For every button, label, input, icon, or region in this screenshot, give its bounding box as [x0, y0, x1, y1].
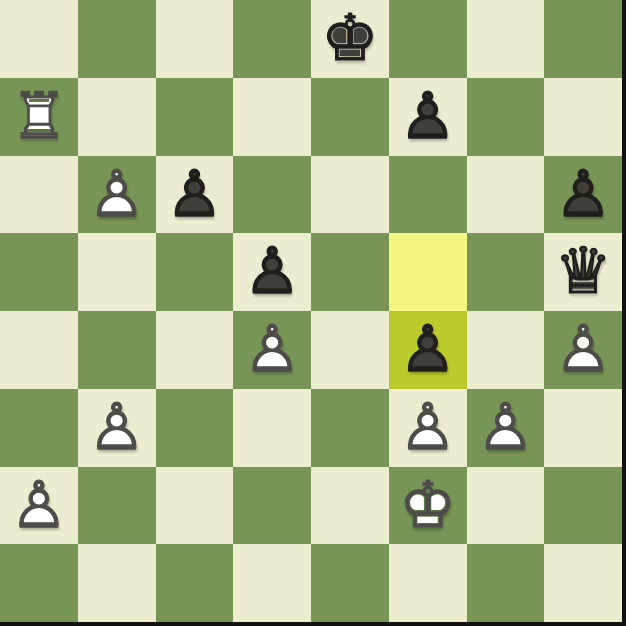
square-c5[interactable] [156, 233, 234, 311]
square-f8[interactable] [389, 0, 467, 78]
square-e6[interactable] [311, 156, 389, 234]
piece-white-rook-a7[interactable]: ♜♖ [0, 78, 78, 156]
square-c2[interactable] [156, 467, 234, 545]
square-f2[interactable]: ♚♔ [389, 467, 467, 545]
square-a1[interactable] [0, 544, 78, 622]
black-pawn-outline-icon: ♙ [389, 311, 467, 389]
square-a2[interactable]: ♟♙ [0, 467, 78, 545]
square-h7[interactable] [544, 78, 622, 156]
square-b7[interactable] [78, 78, 156, 156]
square-d1[interactable] [233, 544, 311, 622]
square-g4[interactable] [467, 311, 545, 389]
square-h2[interactable] [544, 467, 622, 545]
square-g5[interactable] [467, 233, 545, 311]
black-queen-outline-icon: ♕ [544, 233, 622, 311]
square-c4[interactable] [156, 311, 234, 389]
square-e3[interactable] [311, 389, 389, 467]
square-a6[interactable] [0, 156, 78, 234]
piece-white-pawn-a2[interactable]: ♟♙ [0, 467, 78, 545]
chess-board: ♚♔♜♖♟♙♟♙♟♙♟♙♟♙♛♕♟♙♟♙♟♙♟♙♟♙♟♙♟♙♚♔ [0, 0, 622, 622]
square-e7[interactable] [311, 78, 389, 156]
square-d2[interactable] [233, 467, 311, 545]
white-king-outline-icon: ♔ [389, 467, 467, 545]
square-h1[interactable] [544, 544, 622, 622]
square-b4[interactable] [78, 311, 156, 389]
piece-black-pawn-c6[interactable]: ♟♙ [156, 156, 234, 234]
piece-black-pawn-f7[interactable]: ♟♙ [389, 78, 467, 156]
white-pawn-outline-icon: ♙ [467, 389, 545, 467]
piece-black-king-e8[interactable]: ♚♔ [311, 0, 389, 78]
piece-black-pawn-f4[interactable]: ♟♙ [389, 311, 467, 389]
square-c8[interactable] [156, 0, 234, 78]
square-e5[interactable] [311, 233, 389, 311]
black-king-outline-icon: ♔ [311, 0, 389, 78]
piece-black-queen-h5[interactable]: ♛♕ [544, 233, 622, 311]
square-b6[interactable]: ♟♙ [78, 156, 156, 234]
square-c1[interactable] [156, 544, 234, 622]
piece-white-pawn-d4[interactable]: ♟♙ [233, 311, 311, 389]
square-h4[interactable]: ♟♙ [544, 311, 622, 389]
white-pawn-outline-icon: ♙ [389, 389, 467, 467]
square-f6[interactable] [389, 156, 467, 234]
square-h5[interactable]: ♛♕ [544, 233, 622, 311]
square-f7[interactable]: ♟♙ [389, 78, 467, 156]
square-d8[interactable] [233, 0, 311, 78]
square-e1[interactable] [311, 544, 389, 622]
square-e8[interactable]: ♚♔ [311, 0, 389, 78]
piece-white-pawn-g3[interactable]: ♟♙ [467, 389, 545, 467]
piece-white-pawn-b6[interactable]: ♟♙ [78, 156, 156, 234]
black-pawn-outline-icon: ♙ [156, 156, 234, 234]
piece-white-pawn-h4[interactable]: ♟♙ [544, 311, 622, 389]
piece-white-pawn-f3[interactable]: ♟♙ [389, 389, 467, 467]
piece-white-king-f2[interactable]: ♚♔ [389, 467, 467, 545]
square-c3[interactable] [156, 389, 234, 467]
square-d6[interactable] [233, 156, 311, 234]
square-d4[interactable]: ♟♙ [233, 311, 311, 389]
square-g3[interactable]: ♟♙ [467, 389, 545, 467]
square-g1[interactable] [467, 544, 545, 622]
square-a4[interactable] [0, 311, 78, 389]
square-b8[interactable] [78, 0, 156, 78]
piece-white-pawn-b3[interactable]: ♟♙ [78, 389, 156, 467]
white-pawn-outline-icon: ♙ [78, 389, 156, 467]
square-g2[interactable] [467, 467, 545, 545]
square-f3[interactable]: ♟♙ [389, 389, 467, 467]
white-pawn-outline-icon: ♙ [233, 311, 311, 389]
square-h3[interactable] [544, 389, 622, 467]
piece-black-pawn-d5[interactable]: ♟♙ [233, 233, 311, 311]
square-g6[interactable] [467, 156, 545, 234]
square-a8[interactable] [0, 0, 78, 78]
square-a5[interactable] [0, 233, 78, 311]
black-pawn-outline-icon: ♙ [233, 233, 311, 311]
black-pawn-outline-icon: ♙ [544, 156, 622, 234]
square-c7[interactable] [156, 78, 234, 156]
square-e2[interactable] [311, 467, 389, 545]
square-f1[interactable] [389, 544, 467, 622]
white-pawn-outline-icon: ♙ [544, 311, 622, 389]
white-pawn-outline-icon: ♙ [0, 467, 78, 545]
square-e4[interactable] [311, 311, 389, 389]
square-h6[interactable]: ♟♙ [544, 156, 622, 234]
square-a3[interactable] [0, 389, 78, 467]
square-a7[interactable]: ♜♖ [0, 78, 78, 156]
square-b3[interactable]: ♟♙ [78, 389, 156, 467]
white-pawn-outline-icon: ♙ [78, 156, 156, 234]
square-b1[interactable] [78, 544, 156, 622]
square-c6[interactable]: ♟♙ [156, 156, 234, 234]
square-d7[interactable] [233, 78, 311, 156]
square-f5[interactable] [389, 233, 467, 311]
piece-black-pawn-h6[interactable]: ♟♙ [544, 156, 622, 234]
square-b5[interactable] [78, 233, 156, 311]
square-g7[interactable] [467, 78, 545, 156]
white-rook-outline-icon: ♖ [0, 78, 78, 156]
black-pawn-outline-icon: ♙ [389, 78, 467, 156]
square-d3[interactable] [233, 389, 311, 467]
square-h8[interactable] [544, 0, 622, 78]
square-f4[interactable]: ♟♙ [389, 311, 467, 389]
square-b2[interactable] [78, 467, 156, 545]
square-g8[interactable] [467, 0, 545, 78]
square-d5[interactable]: ♟♙ [233, 233, 311, 311]
